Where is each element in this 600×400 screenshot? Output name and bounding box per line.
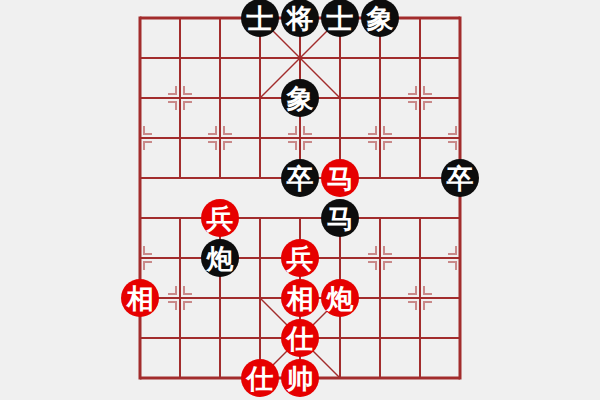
piece-red-cannon[interactable]: 炮 [321, 279, 359, 317]
piece-black-cannon[interactable]: 炮 [201, 239, 239, 277]
piece-black-advisor[interactable]: 士 [241, 0, 279, 37]
piece-red-horse[interactable]: 马 [321, 159, 359, 197]
piece-black-soldier[interactable]: 卒 [281, 159, 319, 197]
piece-red-soldier[interactable]: 兵 [281, 239, 319, 277]
xiangqi-board-screen: 士将士象象卒马卒兵马炮兵相相炮仕仕帅 [0, 0, 600, 400]
piece-red-elephant[interactable]: 相 [281, 279, 319, 317]
piece-black-horse[interactable]: 马 [321, 199, 359, 237]
piece-black-advisor[interactable]: 士 [321, 0, 359, 37]
piece-red-elephant[interactable]: 相 [121, 279, 159, 317]
piece-black-elephant[interactable]: 象 [361, 0, 399, 37]
piece-red-advisor[interactable]: 仕 [241, 359, 279, 397]
piece-black-general[interactable]: 将 [281, 0, 319, 37]
piece-black-elephant[interactable]: 象 [281, 79, 319, 117]
piece-red-general[interactable]: 帅 [281, 359, 319, 397]
piece-black-soldier[interactable]: 卒 [441, 159, 479, 197]
piece-red-advisor[interactable]: 仕 [281, 319, 319, 357]
piece-red-soldier[interactable]: 兵 [201, 199, 239, 237]
